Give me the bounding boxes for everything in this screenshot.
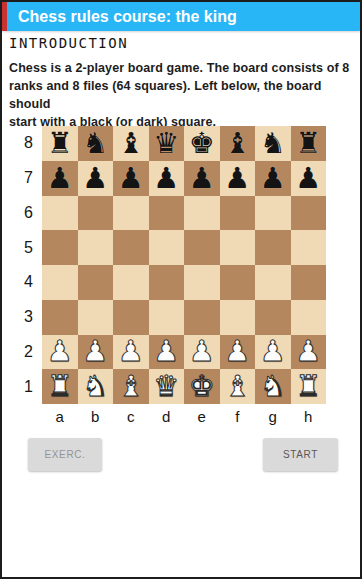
square-d3 [149,300,185,335]
white-knight-g1: ♞ [260,372,286,401]
white-rook-h1: ♜ [295,372,321,401]
white-pawn-b2: ♟ [82,337,108,366]
file-label-a: a [42,405,78,427]
file-label-f: f [220,405,256,427]
black-pawn-a7: ♟ [47,164,73,193]
black-rook-h8: ♜ [295,129,321,158]
app-window: Chess rules course: the king INTRODUCTIO… [0,0,362,579]
square-g2: ♟ [255,335,291,370]
rank-label-6: 6 [2,196,38,231]
black-pawn-h7: ♟ [295,164,321,193]
square-c8: ♝ [113,126,149,161]
square-c2: ♟ [113,335,149,370]
black-pawn-b7: ♟ [82,164,108,193]
black-knight-g8: ♞ [260,129,286,158]
white-queen-d1: ♛ [153,372,179,401]
square-c6 [113,196,149,231]
square-a5 [42,230,78,265]
title-accent-stripe [2,2,7,31]
square-f7: ♟ [220,161,256,196]
chess-board: ♜♞♝♛♚♝♞♜♟♟♟♟♟♟♟♟♟♟♟♟♟♟♟♟♜♞♝♛♚♝♞♜ [42,126,326,404]
square-h4 [291,265,327,300]
rank-label-4: 4 [2,265,38,300]
square-b4 [78,265,114,300]
white-knight-b1: ♞ [82,372,108,401]
square-h3 [291,300,327,335]
rank-label-3: 3 [2,300,38,335]
square-e7: ♟ [184,161,220,196]
square-d6 [149,196,185,231]
black-queen-d8: ♛ [153,129,179,158]
lesson-text-line-2: ranks and 8 files (64 squares). Left bel… [9,77,355,113]
white-pawn-e2: ♟ [189,337,215,366]
square-d2: ♟ [149,335,185,370]
square-d7: ♟ [149,161,185,196]
square-h5 [291,230,327,265]
square-f6 [220,196,256,231]
rank-labels: 87654321 [2,126,38,404]
square-f5 [220,230,256,265]
white-pawn-d2: ♟ [153,337,179,366]
file-label-h: h [291,405,327,427]
start-button[interactable]: START [263,438,338,471]
square-f8: ♝ [220,126,256,161]
square-b2: ♟ [78,335,114,370]
black-pawn-f7: ♟ [224,164,250,193]
square-b7: ♟ [78,161,114,196]
square-f1: ♝ [220,369,256,404]
white-bishop-f1: ♝ [224,372,250,401]
white-pawn-g2: ♟ [260,337,286,366]
square-h7: ♟ [291,161,327,196]
square-g8: ♞ [255,126,291,161]
square-f3 [220,300,256,335]
square-h6 [291,196,327,231]
square-c1: ♝ [113,369,149,404]
black-pawn-c7: ♟ [118,164,144,193]
square-a7: ♟ [42,161,78,196]
square-a2: ♟ [42,335,78,370]
page-title: Chess rules course: the king [2,2,360,31]
square-h1: ♜ [291,369,327,404]
square-b5 [78,230,114,265]
file-label-e: e [184,405,220,427]
square-g4 [255,265,291,300]
square-g3 [255,300,291,335]
square-e4 [184,265,220,300]
rank-label-5: 5 [2,230,38,265]
white-pawn-c2: ♟ [118,337,144,366]
square-a8: ♜ [42,126,78,161]
square-d1: ♛ [149,369,185,404]
square-d5 [149,230,185,265]
title-bar: Chess rules course: the king [2,2,360,31]
black-pawn-e7: ♟ [189,164,215,193]
white-pawn-f2: ♟ [224,337,250,366]
black-rook-a8: ♜ [47,129,73,158]
black-knight-b8: ♞ [82,129,108,158]
file-label-b: b [78,405,114,427]
square-a4 [42,265,78,300]
square-b8: ♞ [78,126,114,161]
square-a1: ♜ [42,369,78,404]
square-c3 [113,300,149,335]
square-b3 [78,300,114,335]
file-labels: abcdefgh [42,405,326,427]
rank-label-2: 2 [2,335,38,370]
square-e5 [184,230,220,265]
square-f2: ♟ [220,335,256,370]
square-a3 [42,300,78,335]
square-b6 [78,196,114,231]
square-f4 [220,265,256,300]
square-g7: ♟ [255,161,291,196]
white-pawn-h2: ♟ [295,337,321,366]
square-d8: ♛ [149,126,185,161]
square-g6 [255,196,291,231]
file-label-g: g [255,405,291,427]
square-d4 [149,265,185,300]
square-h8: ♜ [291,126,327,161]
file-label-d: d [149,405,185,427]
square-a6 [42,196,78,231]
square-h2: ♟ [291,335,327,370]
square-c5 [113,230,149,265]
file-label-c: c [113,405,149,427]
lesson-text-line-1: Chess is a 2-player board game. The boar… [9,59,355,77]
black-pawn-d7: ♟ [153,164,179,193]
rank-label-1: 1 [2,369,38,404]
rank-label-8: 8 [2,126,38,161]
black-king-e8: ♚ [189,129,215,158]
black-pawn-g7: ♟ [260,164,286,193]
square-e3 [184,300,220,335]
square-g1: ♞ [255,369,291,404]
square-c7: ♟ [113,161,149,196]
square-e8: ♚ [184,126,220,161]
square-g5 [255,230,291,265]
white-king-e1: ♚ [189,372,215,401]
white-bishop-c1: ♝ [118,372,144,401]
exercise-button[interactable]: EXERC. [28,438,102,471]
black-bishop-c8: ♝ [118,129,144,158]
section-heading: INTRODUCTION [9,35,128,51]
square-b1: ♞ [78,369,114,404]
square-c4 [113,265,149,300]
lesson-text: Chess is a 2-player board game. The boar… [9,59,355,131]
square-e2: ♟ [184,335,220,370]
black-bishop-f8: ♝ [224,129,250,158]
white-rook-a1: ♜ [47,372,73,401]
white-pawn-a2: ♟ [47,337,73,366]
square-e6 [184,196,220,231]
rank-label-7: 7 [2,161,38,196]
square-e1: ♚ [184,369,220,404]
